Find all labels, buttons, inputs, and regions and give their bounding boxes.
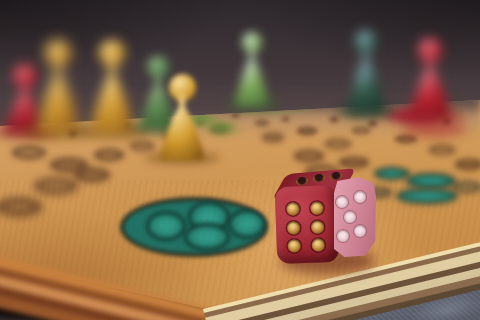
pawn-yellow-3-body: [157, 89, 207, 160]
track-ring-space: [297, 127, 317, 135]
track-ring-space: [294, 150, 324, 162]
track-ring-space: [455, 159, 480, 170]
green-home-circle: [228, 209, 266, 239]
die-front-pip: [286, 221, 299, 234]
track-dot: [232, 113, 239, 117]
teal-track-space: [374, 167, 410, 180]
track-ring-space: [262, 133, 284, 142]
pawn-red-2-body: [407, 52, 453, 118]
die-front-face-six[interactable]: [275, 185, 340, 264]
pawn-green-3[interactable]: [345, 30, 387, 114]
track-ring-space: [94, 149, 124, 161]
die-right-face-five[interactable]: [334, 177, 376, 257]
track-ring-space: [130, 141, 154, 151]
green-home-circle: [188, 201, 230, 233]
pawn-green-2-body: [233, 43, 271, 106]
pawn-red-2[interactable]: [407, 38, 453, 118]
die-front-pip: [311, 238, 324, 251]
die-front-pip: [286, 202, 299, 215]
track-ring-space: [255, 120, 269, 126]
green-patch-3: [208, 123, 236, 133]
die-right-pip: [337, 230, 349, 242]
green-home-circle: [184, 223, 230, 251]
track-dot: [282, 117, 289, 121]
track-ring-space: [429, 145, 455, 155]
track-ring-space: [0, 198, 42, 216]
die-right-pip: [354, 225, 366, 237]
die-right-pip: [336, 196, 348, 208]
pawn-yellow-1[interactable]: [34, 40, 82, 134]
pawn-yellow-1-body: [34, 54, 82, 134]
pawn-green-2[interactable]: [233, 32, 271, 106]
green-home-motif: [120, 197, 268, 257]
die-right-pip: [354, 191, 366, 203]
track-dot: [330, 117, 338, 122]
track-dot: [368, 121, 377, 126]
track-ring-space: [339, 157, 369, 168]
pawn-yellow-2-body: [88, 54, 136, 134]
track-ring-space: [34, 178, 78, 194]
track-ring-space: [395, 135, 417, 143]
track-ring-space: [352, 127, 370, 134]
green-home-circle: [146, 211, 186, 241]
die-front-pip: [310, 220, 323, 233]
pawn-yellow-2[interactable]: [88, 40, 136, 134]
teal-track-rim: [452, 181, 480, 193]
die-front-pip: [310, 201, 323, 214]
pawn-green-3-body: [345, 42, 387, 114]
track-ring-space: [74, 168, 110, 182]
track-ring-space: [12, 146, 46, 159]
die-front-pip: [287, 239, 300, 252]
teal-track-space: [396, 188, 458, 204]
ludo-board-photo: [0, 0, 480, 320]
teal-track-space: [406, 173, 456, 189]
die-right-pip: [344, 211, 356, 223]
track-ring-space: [325, 139, 351, 149]
pawn-yellow-3[interactable]: [157, 74, 207, 160]
